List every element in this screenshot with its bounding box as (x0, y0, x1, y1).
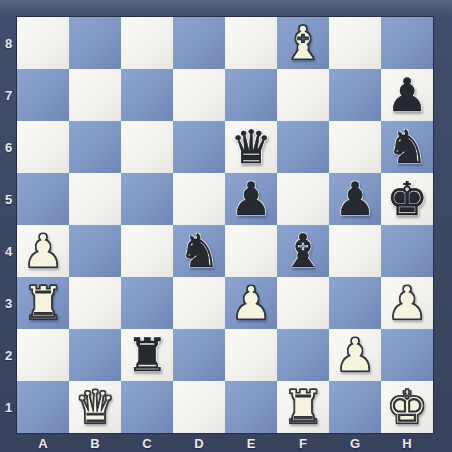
black-queen-e6[interactable]: ♛ (225, 121, 277, 173)
square-d8[interactable] (173, 17, 225, 69)
file-label-a: A (17, 434, 69, 452)
square-d3[interactable] (173, 277, 225, 329)
square-a8[interactable] (17, 17, 69, 69)
square-a6[interactable] (17, 121, 69, 173)
rank-label-5: 5 (0, 173, 17, 225)
square-g5[interactable]: ♟ (329, 173, 381, 225)
black-pawn-h7[interactable]: ♟ (381, 69, 433, 121)
square-d6[interactable] (173, 121, 225, 173)
square-e7[interactable] (225, 69, 277, 121)
square-d5[interactable] (173, 173, 225, 225)
square-c5[interactable] (121, 173, 173, 225)
square-h2[interactable] (381, 329, 433, 381)
rank-label-1: 1 (0, 381, 17, 433)
square-c6[interactable] (121, 121, 173, 173)
white-pawn-h3[interactable]: ♟ (381, 277, 433, 329)
square-f2[interactable] (277, 329, 329, 381)
square-b3[interactable] (69, 277, 121, 329)
white-king-h1[interactable]: ♚ (381, 381, 433, 433)
square-c2[interactable]: ♜ (121, 329, 173, 381)
square-d1[interactable] (173, 381, 225, 433)
black-pawn-e5[interactable]: ♟ (225, 173, 277, 225)
square-g1[interactable] (329, 381, 381, 433)
square-g3[interactable] (329, 277, 381, 329)
rank-label-2: 2 (0, 329, 17, 381)
white-queen-b1[interactable]: ♛ (69, 381, 121, 433)
square-d7[interactable] (173, 69, 225, 121)
square-g7[interactable] (329, 69, 381, 121)
rank-label-4: 4 (0, 225, 17, 277)
square-c4[interactable] (121, 225, 173, 277)
rank-labels: 87654321 (0, 17, 17, 433)
square-e3[interactable]: ♟ (225, 277, 277, 329)
white-bishop-f8[interactable]: ♝ (277, 17, 329, 69)
square-c7[interactable] (121, 69, 173, 121)
square-e1[interactable] (225, 381, 277, 433)
white-pawn-a4[interactable]: ♟ (17, 225, 69, 277)
square-a7[interactable] (17, 69, 69, 121)
white-rook-f1[interactable]: ♜ (277, 381, 329, 433)
square-f4[interactable]: ♝ (277, 225, 329, 277)
square-f6[interactable] (277, 121, 329, 173)
square-e5[interactable]: ♟ (225, 173, 277, 225)
file-label-c: C (121, 434, 173, 452)
square-a3[interactable]: ♜ (17, 277, 69, 329)
square-b1[interactable]: ♛ (69, 381, 121, 433)
black-pawn-g5[interactable]: ♟ (329, 173, 381, 225)
file-label-d: D (173, 434, 225, 452)
square-a1[interactable] (17, 381, 69, 433)
square-a5[interactable] (17, 173, 69, 225)
square-e4[interactable] (225, 225, 277, 277)
square-h7[interactable]: ♟ (381, 69, 433, 121)
square-h8[interactable] (381, 17, 433, 69)
square-g2[interactable]: ♟ (329, 329, 381, 381)
square-e6[interactable]: ♛ (225, 121, 277, 173)
black-rook-c2[interactable]: ♜ (121, 329, 173, 381)
file-labels: ABCDEFGH (17, 434, 433, 452)
square-c8[interactable] (121, 17, 173, 69)
black-bishop-f4[interactable]: ♝ (277, 225, 329, 277)
square-f3[interactable] (277, 277, 329, 329)
file-label-e: E (225, 434, 277, 452)
black-knight-h6[interactable]: ♞ (381, 121, 433, 173)
rank-label-3: 3 (0, 277, 17, 329)
black-king-h5[interactable]: ♚ (381, 173, 433, 225)
square-h3[interactable]: ♟ (381, 277, 433, 329)
file-label-f: F (277, 434, 329, 452)
square-f1[interactable]: ♜ (277, 381, 329, 433)
square-a4[interactable]: ♟ (17, 225, 69, 277)
file-label-g: G (329, 434, 381, 452)
square-f5[interactable] (277, 173, 329, 225)
rank-label-7: 7 (0, 69, 17, 121)
square-b5[interactable] (69, 173, 121, 225)
square-d4[interactable]: ♞ (173, 225, 225, 277)
square-b4[interactable] (69, 225, 121, 277)
square-c3[interactable] (121, 277, 173, 329)
square-d2[interactable] (173, 329, 225, 381)
square-b6[interactable] (69, 121, 121, 173)
white-rook-a3[interactable]: ♜ (17, 277, 69, 329)
square-g4[interactable] (329, 225, 381, 277)
square-g8[interactable] (329, 17, 381, 69)
file-label-h: H (381, 434, 433, 452)
square-f7[interactable] (277, 69, 329, 121)
chess-window: 87654321 ♝♟♛♞♟♟♚♟♞♝♜♟♟♜♟♛♜♚ ABCDEFGH (0, 0, 452, 452)
square-h1[interactable]: ♚ (381, 381, 433, 433)
square-f8[interactable]: ♝ (277, 17, 329, 69)
square-c1[interactable] (121, 381, 173, 433)
square-h6[interactable]: ♞ (381, 121, 433, 173)
white-pawn-e3[interactable]: ♟ (225, 277, 277, 329)
white-pawn-g2[interactable]: ♟ (329, 329, 381, 381)
file-label-b: B (69, 434, 121, 452)
square-a2[interactable] (17, 329, 69, 381)
square-h5[interactable]: ♚ (381, 173, 433, 225)
square-e8[interactable] (225, 17, 277, 69)
rank-label-6: 6 (0, 121, 17, 173)
square-b8[interactable] (69, 17, 121, 69)
square-e2[interactable] (225, 329, 277, 381)
square-h4[interactable] (381, 225, 433, 277)
rank-label-8: 8 (0, 17, 17, 69)
board: ♝♟♛♞♟♟♚♟♞♝♜♟♟♜♟♛♜♚ (17, 17, 433, 433)
square-b7[interactable] (69, 69, 121, 121)
square-g6[interactable] (329, 121, 381, 173)
black-knight-d4[interactable]: ♞ (173, 225, 225, 277)
square-b2[interactable] (69, 329, 121, 381)
